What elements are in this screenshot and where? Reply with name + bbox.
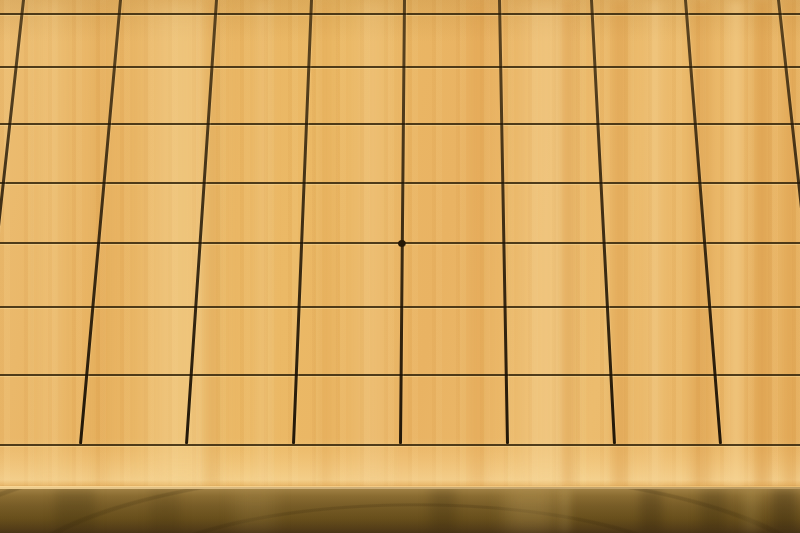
horizontal-grid-line [0,123,800,182]
goban-photo [0,0,800,533]
board-front-face [0,489,800,533]
front-face-grain-streak [560,489,570,533]
horizontal-grid-line [0,444,800,487]
front-face-grain-streak [430,489,456,533]
front-face-grain-streak [55,489,95,533]
front-face-grain-streak [235,489,275,533]
front-face-grain-streak [505,489,555,533]
hoshi-star-point [398,240,406,247]
board-surface [0,0,800,487]
horizontal-grid-line [0,66,800,123]
front-face-grain-streak [700,489,726,533]
front-face-grain-streak [772,489,796,533]
front-face-grain-streak [640,489,662,533]
front-face-grain-streak [150,489,180,533]
front-face-grain-streak [744,489,758,533]
